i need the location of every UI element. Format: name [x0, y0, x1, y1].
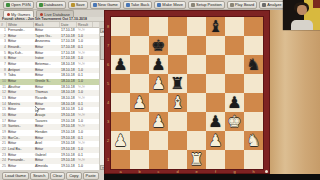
square-g5[interactable]	[225, 74, 244, 93]
square-b5[interactable]	[130, 74, 149, 93]
column-header-white[interactable]: White	[7, 22, 34, 27]
black-king-c7[interactable]: ♚	[149, 36, 168, 55]
white-pawn-b4[interactable]: ♟	[130, 93, 149, 112]
toolbar-button-label: Open PGN	[11, 2, 31, 7]
copy-button[interactable]: Copy	[66, 172, 81, 180]
new-game-button[interactable]: New Game	[90, 1, 121, 9]
table-row[interactable]: 25BittarAlmeida19.10.181-0	[0, 164, 99, 170]
square-e5[interactable]	[187, 74, 206, 93]
square-g1[interactable]	[225, 150, 244, 169]
square-d4[interactable]: ♝	[168, 93, 187, 112]
black-rook-d5[interactable]: ♜	[168, 74, 187, 93]
square-g2[interactable]	[225, 131, 244, 150]
file-label-h: h	[244, 169, 263, 174]
clear-button[interactable]: Clear	[50, 172, 66, 180]
square-c2[interactable]	[149, 131, 168, 150]
square-b4[interactable]: ♟	[130, 93, 149, 112]
cell-black: Almeida	[34, 164, 60, 170]
black-pawn-f3[interactable]: ♟	[206, 112, 225, 131]
square-e6[interactable]	[187, 55, 206, 74]
toolbar: Open PGNDatabasesSaveNew GameTake BackMa…	[0, 0, 320, 10]
wood-background	[270, 10, 320, 174]
cell-result: 1-0	[77, 164, 93, 170]
file-label-b: b	[130, 169, 149, 174]
webcam-overlay	[283, 0, 320, 30]
file-label-f: f	[206, 169, 225, 174]
column-header-date[interactable]: Date	[60, 22, 77, 27]
white-bishop-d4[interactable]: ♝	[168, 93, 187, 112]
square-h6[interactable]: ♞	[244, 55, 263, 74]
square-e3[interactable]	[187, 112, 206, 131]
webcam-poster	[313, 0, 320, 8]
square-e7[interactable]	[187, 36, 206, 55]
load-game-button[interactable]: Load Game	[2, 172, 29, 180]
toolbar-button-label: Save	[76, 2, 85, 7]
open-pgn-icon	[6, 3, 10, 7]
black-pawn-a6[interactable]: ♟	[111, 55, 130, 74]
white-pawn-c5[interactable]: ♟	[149, 74, 168, 93]
square-f8[interactable]: ♝	[206, 17, 225, 36]
make-move-button[interactable]: Make Move	[154, 1, 186, 9]
square-c8[interactable]	[149, 17, 168, 36]
toolbar-button-label: Databases	[44, 2, 63, 7]
white-pawn-c3[interactable]: ♟	[149, 112, 168, 131]
search-button[interactable]: Search	[30, 172, 49, 180]
make-move-icon	[157, 3, 161, 7]
square-a8[interactable]	[111, 17, 130, 36]
setup-position-icon	[191, 3, 195, 7]
square-h5[interactable]	[244, 74, 263, 93]
square-a7[interactable]	[111, 36, 130, 55]
square-f3[interactable]: ♟	[206, 112, 225, 131]
file-label-a: a	[111, 169, 130, 174]
square-d6[interactable]	[168, 55, 187, 74]
square-f1[interactable]	[206, 150, 225, 169]
cell-no: 25	[0, 164, 7, 170]
column-header-black[interactable]: Black	[34, 22, 60, 27]
square-a1[interactable]	[111, 150, 130, 169]
square-h2[interactable]: ♞	[244, 131, 263, 150]
save-icon	[71, 3, 75, 7]
rank-label-7: 7	[105, 36, 111, 55]
square-a4[interactable]	[111, 93, 130, 112]
square-d5[interactable]: ♜	[168, 74, 187, 93]
square-b1[interactable]	[130, 150, 149, 169]
square-c1[interactable]	[149, 150, 168, 169]
square-d2[interactable]	[168, 131, 187, 150]
take-back-button[interactable]: Take Back	[123, 1, 152, 9]
square-f7[interactable]	[206, 36, 225, 55]
column-header-no[interactable]: #	[0, 22, 7, 27]
square-c7[interactable]: ♚	[149, 36, 168, 55]
file-label-c: c	[149, 169, 168, 174]
analyze-icon	[262, 3, 266, 7]
toolbar-button-label: Take Back	[131, 2, 149, 7]
square-h7[interactable]	[244, 36, 263, 55]
square-d1[interactable]	[168, 150, 187, 169]
square-a6[interactable]: ♟	[111, 55, 130, 74]
white-king-g3[interactable]: ♚	[225, 112, 244, 131]
databases-icon	[39, 3, 43, 7]
tab-label: Live Database	[44, 12, 70, 17]
square-c3[interactable]: ♟	[149, 112, 168, 131]
toolbar-button-label: Make Move	[162, 2, 183, 7]
square-d8[interactable]	[168, 17, 187, 36]
rank-label-3: 3	[105, 112, 111, 131]
games-panel-footer: Load GameSearchClearCopyPaste	[0, 171, 105, 180]
webcam-person-face	[297, 5, 307, 15]
square-e8[interactable]	[187, 17, 206, 36]
tab-pin-icon	[7, 13, 10, 16]
square-f2[interactable]: ♟	[206, 131, 225, 150]
file-label-e: e	[187, 169, 206, 174]
square-a5[interactable]	[111, 74, 130, 93]
play-board-button[interactable]: Play Board	[227, 1, 258, 9]
square-a2[interactable]: ♟	[111, 131, 130, 150]
open-pgn-button[interactable]: Open PGN	[3, 1, 34, 9]
white-knight-h2[interactable]: ♞	[244, 131, 263, 150]
square-g4[interactable]: ♟	[225, 93, 244, 112]
square-f5[interactable]	[206, 74, 225, 93]
setup-position-button[interactable]: Setup Position	[188, 1, 225, 9]
databases-button[interactable]: Databases	[36, 1, 66, 9]
save-button[interactable]: Save	[68, 1, 88, 9]
square-g3[interactable]: ♚	[225, 112, 244, 131]
square-c4[interactable]	[149, 93, 168, 112]
white-pawn-a2[interactable]: ♟	[111, 131, 130, 150]
square-d3[interactable]	[168, 112, 187, 131]
new-game-icon	[93, 3, 97, 7]
black-pawn-c6[interactable]: ♟	[149, 55, 168, 74]
column-header-result[interactable]: Result	[77, 22, 93, 27]
board-grid: ♝♚♟♟♞♟♜♟♝♟♟♟♚♟♟♞♜	[111, 17, 263, 169]
black-pawn-g4[interactable]: ♟	[225, 93, 244, 112]
analyze-button[interactable]: Analyze	[259, 1, 284, 9]
rank-label-5: 5	[105, 74, 111, 93]
square-h3[interactable]	[244, 112, 263, 131]
tab-label: My Games	[11, 12, 30, 17]
white-pawn-f2[interactable]: ♟	[206, 131, 225, 150]
square-g7[interactable]	[225, 36, 244, 55]
toolbar-button-label: Analyze	[267, 2, 281, 7]
paste-button[interactable]: Paste	[83, 172, 99, 180]
rank-label-2: 2	[105, 131, 111, 150]
chess-board[interactable]: ♝♚♟♟♞♟♜♟♝♟♟♟♚♟♟♞♜ abcdefgh 87654321	[104, 10, 270, 174]
square-e4[interactable]	[187, 93, 206, 112]
bottom-black-strip	[104, 174, 320, 180]
square-b3[interactable]	[130, 112, 149, 131]
toolbar-button-label: Setup Position	[196, 2, 222, 7]
square-h4[interactable]	[244, 93, 263, 112]
square-e1[interactable]: ♜	[187, 150, 206, 169]
tab-live-database[interactable]: Live Database	[36, 10, 74, 17]
webcam-person-body	[291, 20, 313, 30]
square-f6[interactable]	[206, 55, 225, 74]
square-a3[interactable]	[111, 112, 130, 131]
file-label-g: g	[225, 169, 244, 174]
square-b6[interactable]	[130, 55, 149, 74]
square-h8[interactable]	[244, 17, 263, 36]
rank-label-4: 4	[105, 93, 111, 112]
file-label-d: d	[168, 169, 187, 174]
games-table: 1Fernande..Bittar17.10.18½-½2BittarTapes…	[0, 28, 99, 170]
take-back-icon	[126, 3, 130, 7]
cell-white: Bittar	[7, 164, 34, 170]
cell-date: 19.10.18	[60, 164, 77, 170]
games-panel: Found: chess - Jun 5th Tournament Oct 17…	[0, 17, 105, 180]
square-c5[interactable]: ♟	[149, 74, 168, 93]
square-c6[interactable]: ♟	[149, 55, 168, 74]
tab-my-games[interactable]: My Games	[3, 10, 34, 17]
mouse-cursor	[35, 106, 40, 113]
rank-label-8: 8	[105, 17, 111, 36]
play-board-icon	[230, 3, 234, 7]
black-bishop-f8[interactable]: ♝	[206, 17, 225, 36]
tab-pin-icon	[40, 13, 43, 16]
rank-label-1: 1	[105, 150, 111, 169]
square-b8[interactable]	[130, 17, 149, 36]
square-f4[interactable]	[206, 93, 225, 112]
white-rook-e1[interactable]: ♜	[187, 150, 206, 169]
chess-gui-window: Open PGNDatabasesSaveNew GameTake BackMa…	[0, 0, 320, 180]
square-b2[interactable]	[130, 131, 149, 150]
board-corner-dot	[265, 170, 268, 173]
square-b7[interactable]	[130, 36, 149, 55]
square-g8[interactable]	[225, 17, 244, 36]
black-knight-h6[interactable]: ♞	[244, 55, 263, 74]
square-h1[interactable]	[244, 150, 263, 169]
tab-bar: My GamesLive Database	[0, 10, 108, 17]
rank-label-6: 6	[105, 55, 111, 74]
square-e2[interactable]	[187, 131, 206, 150]
toolbar-button-label: New Game	[98, 2, 118, 7]
square-d7[interactable]	[168, 36, 187, 55]
toolbar-button-label: Play Board	[235, 2, 255, 7]
square-g6[interactable]	[225, 55, 244, 74]
